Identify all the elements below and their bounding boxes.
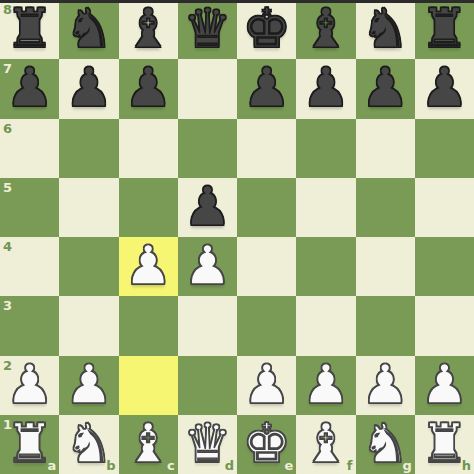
piece-black-pawn[interactable]: ♟ <box>124 58 172 117</box>
square-e3[interactable] <box>237 296 296 355</box>
square-g2[interactable]: ♟ <box>356 356 415 415</box>
piece-black-knight[interactable]: ♞ <box>361 0 409 58</box>
piece-black-king[interactable]: ♚ <box>242 0 290 58</box>
square-f4[interactable] <box>296 237 355 296</box>
square-b3[interactable] <box>59 296 118 355</box>
square-h3[interactable] <box>415 296 474 355</box>
square-g3[interactable] <box>356 296 415 355</box>
square-b8[interactable]: ♞ <box>59 0 118 59</box>
piece-white-pawn[interactable]: ♟ <box>5 355 53 414</box>
square-e6[interactable] <box>237 119 296 178</box>
piece-black-pawn[interactable]: ♟ <box>242 58 290 117</box>
piece-white-pawn[interactable]: ♟ <box>420 355 468 414</box>
chess-board: 8♜♞♝♛♚♝♞♜7♟♟♟♟♟♟♟65♟4♟♟32♟♟♟♟♟♟1a♜b♞c♝d♛… <box>0 0 474 474</box>
square-b1[interactable]: b♞ <box>59 415 118 474</box>
piece-black-rook[interactable]: ♜ <box>5 0 53 58</box>
square-g4[interactable] <box>356 237 415 296</box>
piece-black-pawn[interactable]: ♟ <box>183 177 231 236</box>
rank-label-3: 3 <box>3 299 12 312</box>
rank-label-4: 4 <box>3 240 12 253</box>
square-e4[interactable] <box>237 237 296 296</box>
piece-white-knight[interactable]: ♞ <box>65 414 113 473</box>
square-b5[interactable] <box>59 178 118 237</box>
piece-white-bishop[interactable]: ♝ <box>124 414 172 473</box>
square-a6[interactable]: 6 <box>0 119 59 178</box>
square-e7[interactable]: ♟ <box>237 59 296 118</box>
square-g8[interactable]: ♞ <box>356 0 415 59</box>
square-a5[interactable]: 5 <box>0 178 59 237</box>
piece-black-bishop[interactable]: ♝ <box>124 0 172 58</box>
square-f7[interactable]: ♟ <box>296 59 355 118</box>
piece-black-pawn[interactable]: ♟ <box>420 58 468 117</box>
square-c1[interactable]: c♝ <box>119 415 178 474</box>
square-a3[interactable]: 3 <box>0 296 59 355</box>
square-f5[interactable] <box>296 178 355 237</box>
square-a2[interactable]: 2♟ <box>0 356 59 415</box>
square-h1[interactable]: h♜ <box>415 415 474 474</box>
square-c7[interactable]: ♟ <box>119 59 178 118</box>
top-edge-strip <box>0 0 474 3</box>
square-d8[interactable]: ♛ <box>178 0 237 59</box>
square-d3[interactable] <box>178 296 237 355</box>
piece-black-pawn[interactable]: ♟ <box>5 58 53 117</box>
square-f3[interactable] <box>296 296 355 355</box>
square-e1[interactable]: e♚ <box>237 415 296 474</box>
square-a7[interactable]: 7♟ <box>0 59 59 118</box>
rank-label-5: 5 <box>3 181 12 194</box>
square-h4[interactable] <box>415 237 474 296</box>
piece-white-king[interactable]: ♚ <box>242 414 290 473</box>
square-b2[interactable]: ♟ <box>59 356 118 415</box>
square-d6[interactable] <box>178 119 237 178</box>
piece-white-pawn[interactable]: ♟ <box>183 236 231 295</box>
piece-white-pawn[interactable]: ♟ <box>65 355 113 414</box>
chess-board-container: 8♜♞♝♛♚♝♞♜7♟♟♟♟♟♟♟65♟4♟♟32♟♟♟♟♟♟1a♜b♞c♝d♛… <box>0 0 474 474</box>
piece-black-queen[interactable]: ♛ <box>183 0 231 58</box>
square-h5[interactable] <box>415 178 474 237</box>
square-b7[interactable]: ♟ <box>59 59 118 118</box>
square-c3[interactable] <box>119 296 178 355</box>
square-c5[interactable] <box>119 178 178 237</box>
square-f8[interactable]: ♝ <box>296 0 355 59</box>
square-g5[interactable] <box>356 178 415 237</box>
square-d2[interactable] <box>178 356 237 415</box>
square-b4[interactable] <box>59 237 118 296</box>
piece-white-pawn[interactable]: ♟ <box>302 355 350 414</box>
square-d5[interactable]: ♟ <box>178 178 237 237</box>
piece-white-bishop[interactable]: ♝ <box>302 414 350 473</box>
square-f1[interactable]: f♝ <box>296 415 355 474</box>
square-h7[interactable]: ♟ <box>415 59 474 118</box>
square-b6[interactable] <box>59 119 118 178</box>
square-c6[interactable] <box>119 119 178 178</box>
square-f6[interactable] <box>296 119 355 178</box>
square-c8[interactable]: ♝ <box>119 0 178 59</box>
piece-white-queen[interactable]: ♛ <box>183 414 231 473</box>
square-a1[interactable]: 1a♜ <box>0 415 59 474</box>
rank-label-6: 6 <box>3 122 12 135</box>
square-f2[interactable]: ♟ <box>296 356 355 415</box>
piece-white-pawn[interactable]: ♟ <box>124 236 172 295</box>
square-c4[interactable]: ♟ <box>119 237 178 296</box>
piece-black-pawn[interactable]: ♟ <box>65 58 113 117</box>
piece-black-knight[interactable]: ♞ <box>65 0 113 58</box>
square-c2[interactable] <box>119 356 178 415</box>
piece-white-rook[interactable]: ♜ <box>5 414 53 473</box>
square-d1[interactable]: d♛ <box>178 415 237 474</box>
piece-black-pawn[interactable]: ♟ <box>361 58 409 117</box>
piece-white-pawn[interactable]: ♟ <box>361 355 409 414</box>
piece-white-rook[interactable]: ♜ <box>420 414 468 473</box>
piece-black-pawn[interactable]: ♟ <box>302 58 350 117</box>
square-h6[interactable] <box>415 119 474 178</box>
square-g7[interactable]: ♟ <box>356 59 415 118</box>
square-e5[interactable] <box>237 178 296 237</box>
square-e2[interactable]: ♟ <box>237 356 296 415</box>
square-h8[interactable]: ♜ <box>415 0 474 59</box>
square-a8[interactable]: 8♜ <box>0 0 59 59</box>
piece-black-bishop[interactable]: ♝ <box>302 0 350 58</box>
piece-white-knight[interactable]: ♞ <box>361 414 409 473</box>
piece-white-pawn[interactable]: ♟ <box>242 355 290 414</box>
square-g1[interactable]: g♞ <box>356 415 415 474</box>
square-h2[interactable]: ♟ <box>415 356 474 415</box>
square-d7[interactable] <box>178 59 237 118</box>
square-d4[interactable]: ♟ <box>178 237 237 296</box>
square-a4[interactable]: 4 <box>0 237 59 296</box>
square-e8[interactable]: ♚ <box>237 0 296 59</box>
piece-black-rook[interactable]: ♜ <box>420 0 468 58</box>
square-g6[interactable] <box>356 119 415 178</box>
